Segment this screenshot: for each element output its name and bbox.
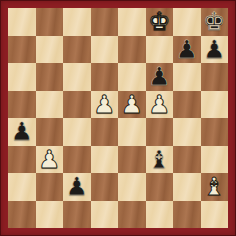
board-frame: ♚♚♟♟♟♟♟♟♟♟♝♟♝: [0, 0, 236, 236]
square-g8[interactable]: [173, 8, 201, 36]
piece-white-king[interactable]: ♚: [148, 8, 170, 35]
square-h2[interactable]: ♝: [201, 173, 229, 201]
square-g3[interactable]: [173, 146, 201, 174]
square-a7[interactable]: [8, 36, 36, 64]
square-h7[interactable]: ♟: [201, 36, 229, 64]
square-a5[interactable]: [8, 91, 36, 119]
square-b1[interactable]: [36, 201, 64, 229]
piece-black-pawn[interactable]: ♟: [148, 63, 170, 90]
square-c6[interactable]: [63, 63, 91, 91]
square-e2[interactable]: [118, 173, 146, 201]
square-c5[interactable]: [63, 91, 91, 119]
piece-black-pawn[interactable]: ♟: [11, 118, 33, 145]
square-f4[interactable]: [146, 118, 174, 146]
square-f3[interactable]: ♝: [146, 146, 174, 174]
piece-black-pawn[interactable]: ♟: [66, 173, 88, 200]
square-h1[interactable]: [201, 201, 229, 229]
square-e3[interactable]: [118, 146, 146, 174]
square-c7[interactable]: [63, 36, 91, 64]
square-d8[interactable]: [91, 8, 119, 36]
square-d5[interactable]: ♟: [91, 91, 119, 119]
square-a2[interactable]: [8, 173, 36, 201]
square-b2[interactable]: [36, 173, 64, 201]
square-c2[interactable]: ♟: [63, 173, 91, 201]
square-g7[interactable]: ♟: [173, 36, 201, 64]
square-b8[interactable]: [36, 8, 64, 36]
square-b3[interactable]: ♟: [36, 146, 64, 174]
square-h3[interactable]: [201, 146, 229, 174]
square-g2[interactable]: [173, 173, 201, 201]
square-e1[interactable]: [118, 201, 146, 229]
piece-white-pawn[interactable]: ♟: [93, 91, 115, 118]
piece-white-pawn[interactable]: ♟: [148, 91, 170, 118]
square-b6[interactable]: [36, 63, 64, 91]
square-g5[interactable]: [173, 91, 201, 119]
piece-white-pawn[interactable]: ♟: [121, 91, 143, 118]
piece-white-bishop[interactable]: ♝: [203, 173, 225, 200]
square-f1[interactable]: [146, 201, 174, 229]
square-e6[interactable]: [118, 63, 146, 91]
square-h5[interactable]: [201, 91, 229, 119]
square-a6[interactable]: [8, 63, 36, 91]
square-e5[interactable]: ♟: [118, 91, 146, 119]
chess-board: ♚♚♟♟♟♟♟♟♟♟♝♟♝: [8, 8, 228, 228]
square-a8[interactable]: [8, 8, 36, 36]
square-d2[interactable]: [91, 173, 119, 201]
square-b7[interactable]: [36, 36, 64, 64]
square-g6[interactable]: [173, 63, 201, 91]
square-a1[interactable]: [8, 201, 36, 229]
square-f7[interactable]: [146, 36, 174, 64]
square-g1[interactable]: [173, 201, 201, 229]
square-e7[interactable]: [118, 36, 146, 64]
square-h8[interactable]: ♚: [201, 8, 229, 36]
square-f6[interactable]: ♟: [146, 63, 174, 91]
square-d1[interactable]: [91, 201, 119, 229]
square-c3[interactable]: [63, 146, 91, 174]
square-d3[interactable]: [91, 146, 119, 174]
square-f2[interactable]: [146, 173, 174, 201]
square-d7[interactable]: [91, 36, 119, 64]
square-h4[interactable]: [201, 118, 229, 146]
square-g4[interactable]: [173, 118, 201, 146]
square-c1[interactable]: [63, 201, 91, 229]
piece-white-pawn[interactable]: ♟: [38, 146, 60, 173]
square-c4[interactable]: [63, 118, 91, 146]
square-a3[interactable]: [8, 146, 36, 174]
square-e8[interactable]: [118, 8, 146, 36]
piece-black-pawn[interactable]: ♟: [176, 36, 198, 63]
square-b4[interactable]: [36, 118, 64, 146]
square-e4[interactable]: [118, 118, 146, 146]
square-a4[interactable]: ♟: [8, 118, 36, 146]
square-f8[interactable]: ♚: [146, 8, 174, 36]
square-b5[interactable]: [36, 91, 64, 119]
square-d6[interactable]: [91, 63, 119, 91]
square-h6[interactable]: [201, 63, 229, 91]
square-d4[interactable]: [91, 118, 119, 146]
square-f5[interactable]: ♟: [146, 91, 174, 119]
piece-black-pawn[interactable]: ♟: [203, 36, 225, 63]
piece-black-bishop[interactable]: ♝: [148, 146, 170, 173]
piece-black-king[interactable]: ♚: [203, 8, 225, 35]
square-c8[interactable]: [63, 8, 91, 36]
